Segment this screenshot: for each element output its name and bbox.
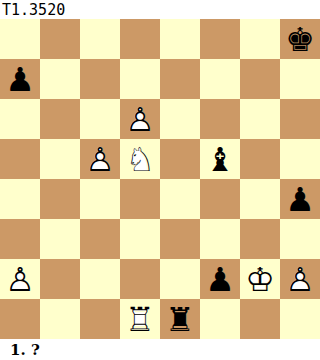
square-d7[interactable] [120, 59, 160, 99]
square-h6[interactable] [280, 99, 320, 139]
white-knight: ♞♘ [120, 139, 160, 179]
square-e3[interactable] [160, 219, 200, 259]
white-pawn: ♟♙ [280, 259, 320, 299]
square-d3[interactable] [120, 219, 160, 259]
square-a8[interactable] [0, 19, 40, 59]
square-h7[interactable] [280, 59, 320, 99]
black-rook: ♜ [160, 299, 200, 339]
square-c5[interactable]: ♟♙ [80, 139, 120, 179]
square-b6[interactable] [40, 99, 80, 139]
square-g1[interactable] [240, 299, 280, 339]
black-king: ♚ [280, 19, 320, 59]
square-e5[interactable] [160, 139, 200, 179]
white-king: ♚♔ [240, 259, 280, 299]
square-a3[interactable] [0, 219, 40, 259]
square-a2[interactable]: ♟♙ [0, 259, 40, 299]
square-f5[interactable]: ♝ [200, 139, 240, 179]
square-b1[interactable] [40, 299, 80, 339]
white-rook: ♜♖ [120, 299, 160, 339]
square-h2[interactable]: ♟♙ [280, 259, 320, 299]
square-e6[interactable] [160, 99, 200, 139]
square-a5[interactable] [0, 139, 40, 179]
square-d1[interactable]: ♜♖ [120, 299, 160, 339]
black-pawn: ♟ [280, 179, 320, 219]
square-h8[interactable]: ♚ [280, 19, 320, 59]
square-f2[interactable]: ♟ [200, 259, 240, 299]
square-g7[interactable] [240, 59, 280, 99]
square-b4[interactable] [40, 179, 80, 219]
chess-board: ♚♟♟♙♟♙♞♘♝♟♟♙♟♚♔♟♙♜♖♜ [0, 19, 320, 339]
square-c6[interactable] [80, 99, 120, 139]
square-d5[interactable]: ♞♘ [120, 139, 160, 179]
square-g4[interactable] [240, 179, 280, 219]
square-b3[interactable] [40, 219, 80, 259]
square-h3[interactable] [280, 219, 320, 259]
black-pawn: ♟ [200, 259, 240, 299]
square-h4[interactable]: ♟ [280, 179, 320, 219]
square-a7[interactable]: ♟ [0, 59, 40, 99]
square-g6[interactable] [240, 99, 280, 139]
white-pawn: ♟♙ [80, 139, 120, 179]
square-f3[interactable] [200, 219, 240, 259]
square-b5[interactable] [40, 139, 80, 179]
black-bishop: ♝ [200, 139, 240, 179]
square-d2[interactable] [120, 259, 160, 299]
square-f6[interactable] [200, 99, 240, 139]
square-f7[interactable] [200, 59, 240, 99]
square-f4[interactable] [200, 179, 240, 219]
square-e8[interactable] [160, 19, 200, 59]
square-d4[interactable] [120, 179, 160, 219]
square-g2[interactable]: ♚♔ [240, 259, 280, 299]
square-f8[interactable] [200, 19, 240, 59]
square-c4[interactable] [80, 179, 120, 219]
white-pawn: ♟♙ [0, 259, 40, 299]
square-a6[interactable] [0, 99, 40, 139]
square-e7[interactable] [160, 59, 200, 99]
square-f1[interactable] [200, 299, 240, 339]
square-h5[interactable] [280, 139, 320, 179]
square-g5[interactable] [240, 139, 280, 179]
square-e2[interactable] [160, 259, 200, 299]
white-pawn: ♟♙ [120, 99, 160, 139]
square-g3[interactable] [240, 219, 280, 259]
square-c7[interactable] [80, 59, 120, 99]
puzzle-id: T1.3520 [0, 0, 320, 19]
chess-puzzle-window: T1.3520 ♚♟♟♙♟♙♞♘♝♟♟♙♟♚♔♟♙♜♖♜ 1. ? [0, 0, 320, 360]
square-c8[interactable] [80, 19, 120, 59]
square-c2[interactable] [80, 259, 120, 299]
square-e4[interactable] [160, 179, 200, 219]
square-h1[interactable] [280, 299, 320, 339]
square-d6[interactable]: ♟♙ [120, 99, 160, 139]
square-c1[interactable] [80, 299, 120, 339]
square-a1[interactable] [0, 299, 40, 339]
square-e1[interactable]: ♜ [160, 299, 200, 339]
black-pawn: ♟ [0, 59, 40, 99]
square-a4[interactable] [0, 179, 40, 219]
square-b8[interactable] [40, 19, 80, 59]
square-b7[interactable] [40, 59, 80, 99]
square-c3[interactable] [80, 219, 120, 259]
square-b2[interactable] [40, 259, 80, 299]
move-prompt: 1. ? [0, 339, 320, 360]
square-d8[interactable] [120, 19, 160, 59]
square-g8[interactable] [240, 19, 280, 59]
